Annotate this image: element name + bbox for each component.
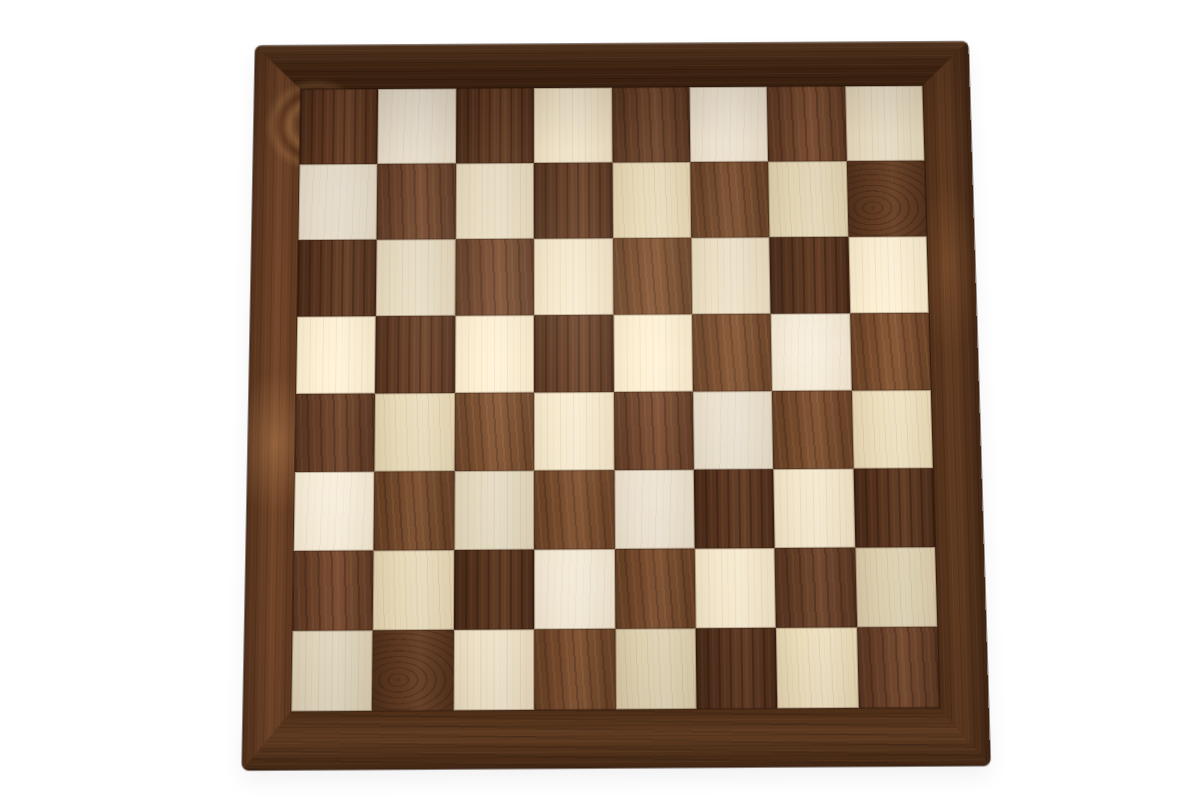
square-r3c4[interactable] (534, 238, 613, 315)
square-r7c4[interactable] (534, 549, 615, 629)
square-r2c5[interactable] (612, 162, 691, 238)
board-frame-bottom (242, 707, 990, 770)
square-r3c5[interactable] (613, 238, 692, 315)
square-r2c8[interactable] (846, 161, 926, 237)
square-r5c5[interactable] (613, 392, 693, 471)
square-r5c7[interactable] (772, 391, 853, 470)
square-r5c4[interactable] (534, 392, 614, 471)
square-r8c1[interactable] (291, 630, 373, 711)
square-r1c5[interactable] (612, 87, 691, 162)
square-r3c2[interactable] (376, 239, 455, 316)
square-r1c4[interactable] (534, 88, 612, 163)
square-r4c1[interactable] (296, 316, 376, 394)
square-r1c3[interactable] (456, 88, 534, 163)
square-r2c3[interactable] (455, 163, 534, 239)
photo-background (0, 0, 1200, 800)
square-r6c2[interactable] (374, 471, 455, 550)
square-r5c3[interactable] (454, 393, 534, 472)
board-grid (291, 86, 939, 712)
square-r2c4[interactable] (534, 163, 613, 239)
square-r7c8[interactable] (855, 547, 937, 627)
square-r7c2[interactable] (373, 550, 454, 630)
square-r3c6[interactable] (691, 237, 771, 314)
square-r7c5[interactable] (614, 549, 695, 629)
square-r4c6[interactable] (692, 314, 772, 392)
square-r7c7[interactable] (775, 548, 857, 628)
square-r5c8[interactable] (851, 390, 932, 469)
square-r1c8[interactable] (845, 86, 925, 161)
square-r8c3[interactable] (453, 629, 534, 710)
square-r4c3[interactable] (455, 315, 534, 393)
square-r4c5[interactable] (613, 314, 693, 392)
square-r2c7[interactable] (768, 161, 848, 237)
square-r8c8[interactable] (857, 627, 940, 708)
square-r4c2[interactable] (375, 316, 455, 394)
square-r6c8[interactable] (853, 468, 935, 547)
square-r2c2[interactable] (377, 163, 456, 239)
square-r6c1[interactable] (294, 472, 375, 551)
square-r1c7[interactable] (767, 86, 846, 161)
square-r6c5[interactable] (614, 470, 695, 549)
square-r4c7[interactable] (771, 313, 852, 391)
square-r8c6[interactable] (696, 628, 778, 709)
square-r1c2[interactable] (378, 89, 456, 164)
square-r5c6[interactable] (693, 391, 774, 470)
square-r8c2[interactable] (372, 630, 453, 711)
square-r3c3[interactable] (455, 239, 534, 316)
square-r1c6[interactable] (689, 87, 768, 162)
square-r6c4[interactable] (534, 470, 614, 549)
square-r2c6[interactable] (690, 162, 769, 238)
square-r3c1[interactable] (297, 240, 377, 317)
square-r2c1[interactable] (298, 164, 377, 240)
square-r3c8[interactable] (848, 236, 929, 313)
square-r8c5[interactable] (615, 628, 697, 709)
square-r8c7[interactable] (776, 627, 858, 708)
square-r4c8[interactable] (850, 313, 931, 391)
chess-board (242, 42, 990, 771)
square-r5c2[interactable] (375, 393, 455, 472)
board-frame-top (255, 42, 970, 90)
square-r6c3[interactable] (454, 471, 534, 550)
square-r3c7[interactable] (770, 237, 850, 314)
square-r7c1[interactable] (292, 551, 373, 631)
square-r6c6[interactable] (694, 469, 775, 548)
square-r7c6[interactable] (695, 548, 777, 628)
square-r4c4[interactable] (534, 315, 613, 393)
square-r8c4[interactable] (534, 629, 615, 710)
square-r7c3[interactable] (454, 550, 535, 630)
square-r5c1[interactable] (295, 393, 376, 472)
square-r6c7[interactable] (773, 469, 854, 548)
square-r1c1[interactable] (300, 89, 379, 164)
